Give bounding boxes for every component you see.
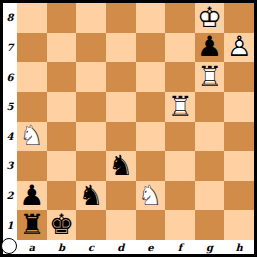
- white-to-move-indicator-icon: [1, 238, 17, 254]
- square-c6[interactable]: [76, 62, 106, 92]
- square-g6[interactable]: ♜♖: [195, 62, 225, 92]
- square-c1[interactable]: [76, 210, 106, 240]
- square-a6[interactable]: [17, 62, 47, 92]
- side-to-move-corner: [3, 240, 17, 254]
- rank-label-7: 7: [3, 33, 17, 63]
- square-b3[interactable]: [47, 151, 77, 181]
- square-f3[interactable]: [165, 151, 195, 181]
- square-e2[interactable]: ♞♘: [136, 181, 166, 211]
- square-a2[interactable]: ♟: [17, 181, 47, 211]
- square-a3[interactable]: [17, 151, 47, 181]
- square-d3[interactable]: ♞: [106, 151, 136, 181]
- square-f5[interactable]: ♜♖: [165, 92, 195, 122]
- square-d2[interactable]: [106, 181, 136, 211]
- square-b7[interactable]: [47, 33, 77, 63]
- square-e6[interactable]: [136, 62, 166, 92]
- white-king-piece: ♚♔: [195, 3, 225, 33]
- black-knight-piece: ♞: [106, 151, 136, 181]
- black-pawn-piece: ♟: [195, 33, 225, 63]
- square-f7[interactable]: [165, 33, 195, 63]
- rank-label-2: 2: [3, 181, 17, 211]
- square-d5[interactable]: [106, 92, 136, 122]
- file-label-e: e: [136, 240, 166, 254]
- rank-label-1: 1: [3, 210, 17, 240]
- white-rook-piece: ♜♖: [165, 92, 195, 122]
- square-b1[interactable]: ♚: [47, 210, 77, 240]
- square-c7[interactable]: [76, 33, 106, 63]
- square-h6[interactable]: [224, 62, 254, 92]
- square-g7[interactable]: ♟: [195, 33, 225, 63]
- square-e5[interactable]: [136, 92, 166, 122]
- square-d6[interactable]: [106, 62, 136, 92]
- square-f8[interactable]: [165, 3, 195, 33]
- square-b4[interactable]: [47, 122, 77, 152]
- square-g4[interactable]: [195, 122, 225, 152]
- square-h8[interactable]: [224, 3, 254, 33]
- black-knight-piece: ♞: [76, 181, 106, 211]
- square-b6[interactable]: [47, 62, 77, 92]
- rank-label-6: 6: [3, 62, 17, 92]
- square-h7[interactable]: ♟♙: [224, 33, 254, 63]
- square-a7[interactable]: [17, 33, 47, 63]
- file-label-f: f: [165, 240, 195, 254]
- square-d1[interactable]: [106, 210, 136, 240]
- square-e7[interactable]: [136, 33, 166, 63]
- square-e8[interactable]: [136, 3, 166, 33]
- square-b5[interactable]: [47, 92, 77, 122]
- square-b8[interactable]: [47, 3, 77, 33]
- square-c4[interactable]: [76, 122, 106, 152]
- square-h2[interactable]: [224, 181, 254, 211]
- file-label-c: c: [76, 240, 106, 254]
- file-label-a: a: [17, 240, 47, 254]
- square-c3[interactable]: [76, 151, 106, 181]
- white-rook-piece: ♜♖: [195, 62, 225, 92]
- chess-diagram-frame: 87654321 ♚♔♟♟♙♜♖♜♖♞♘♞♟♞♞♘♜♚ abcdefgh: [0, 0, 257, 257]
- square-c8[interactable]: [76, 3, 106, 33]
- square-e1[interactable]: [136, 210, 166, 240]
- file-label-g: g: [195, 240, 225, 254]
- rank-labels: 87654321: [3, 3, 17, 240]
- square-d8[interactable]: [106, 3, 136, 33]
- square-a1[interactable]: ♜: [17, 210, 47, 240]
- square-g8[interactable]: ♚♔: [195, 3, 225, 33]
- square-g2[interactable]: [195, 181, 225, 211]
- black-king-piece: ♚: [47, 210, 77, 240]
- square-e3[interactable]: [136, 151, 166, 181]
- white-knight-piece: ♞♘: [136, 181, 166, 211]
- square-a5[interactable]: [17, 92, 47, 122]
- file-label-b: b: [47, 240, 77, 254]
- white-pawn-piece: ♟♙: [224, 33, 254, 63]
- square-g5[interactable]: [195, 92, 225, 122]
- file-labels: abcdefgh: [17, 240, 254, 254]
- rank-label-8: 8: [3, 3, 17, 33]
- square-c2[interactable]: ♞: [76, 181, 106, 211]
- square-e4[interactable]: [136, 122, 166, 152]
- square-h3[interactable]: [224, 151, 254, 181]
- file-label-h: h: [224, 240, 254, 254]
- square-h1[interactable]: [224, 210, 254, 240]
- square-d4[interactable]: [106, 122, 136, 152]
- rank-label-5: 5: [3, 92, 17, 122]
- chess-board: ♚♔♟♟♙♜♖♜♖♞♘♞♟♞♞♘♜♚: [17, 3, 254, 240]
- square-f4[interactable]: [165, 122, 195, 152]
- black-rook-piece: ♜: [17, 210, 47, 240]
- black-pawn-piece: ♟: [17, 181, 47, 211]
- white-knight-piece: ♞♘: [17, 122, 47, 152]
- rank-label-3: 3: [3, 151, 17, 181]
- square-f1[interactable]: [165, 210, 195, 240]
- square-h4[interactable]: [224, 122, 254, 152]
- square-f2[interactable]: [165, 181, 195, 211]
- square-h5[interactable]: [224, 92, 254, 122]
- square-a4[interactable]: ♞♘: [17, 122, 47, 152]
- square-b2[interactable]: [47, 181, 77, 211]
- square-c5[interactable]: [76, 92, 106, 122]
- file-label-d: d: [106, 240, 136, 254]
- square-g1[interactable]: [195, 210, 225, 240]
- square-d7[interactable]: [106, 33, 136, 63]
- square-g3[interactable]: [195, 151, 225, 181]
- square-a8[interactable]: [17, 3, 47, 33]
- rank-label-4: 4: [3, 122, 17, 152]
- square-f6[interactable]: [165, 62, 195, 92]
